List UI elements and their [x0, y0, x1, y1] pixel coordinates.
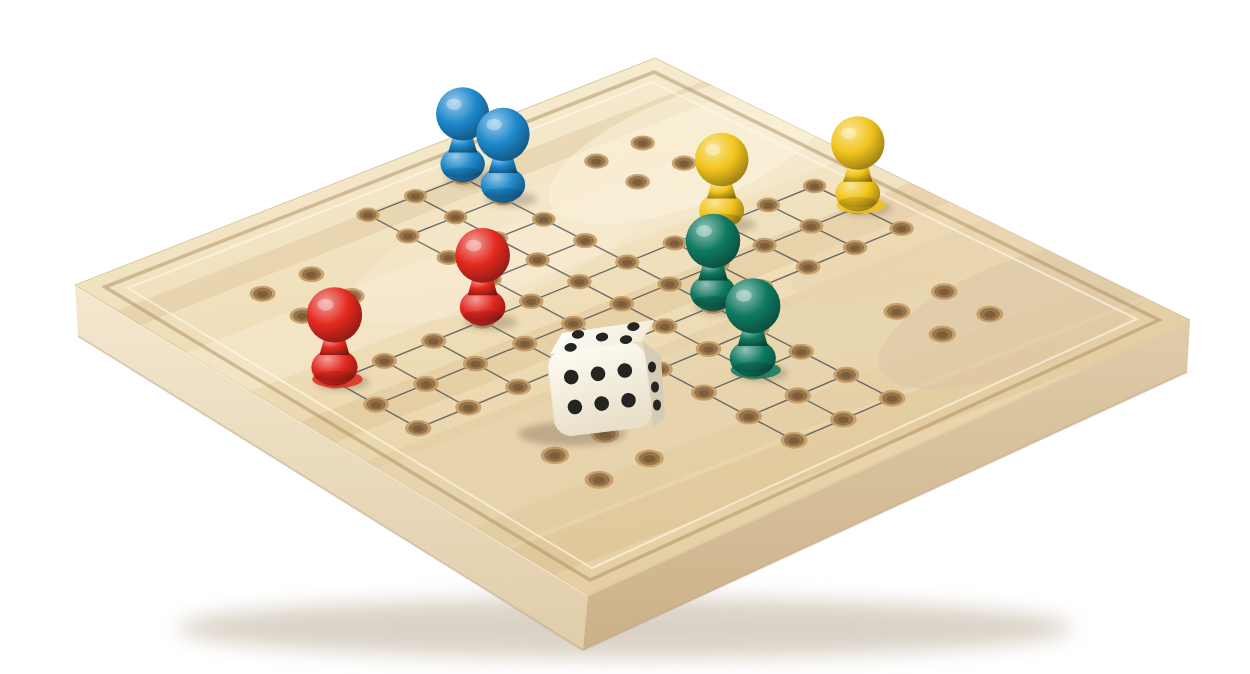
peg-highlight [696, 225, 712, 237]
home-hole-2-8[interactable] [625, 174, 650, 189]
peg-highlight [486, 119, 502, 131]
track-hole-2-6[interactable] [532, 212, 556, 227]
track-hole-4-1[interactable] [372, 353, 397, 369]
home-hole-8-1[interactable] [541, 446, 569, 464]
track-hole-10-6[interactable] [879, 390, 905, 407]
home-hole-9-8[interactable] [929, 326, 956, 343]
die-pip [648, 362, 656, 373]
track-hole-4-5[interactable] [567, 274, 591, 289]
track-hole-4-10[interactable] [803, 179, 826, 194]
die-pip [653, 400, 661, 411]
track-hole-6-2[interactable] [505, 379, 531, 395]
track-hole-0-4[interactable] [356, 208, 379, 223]
track-hole-9-6[interactable] [833, 367, 859, 383]
track-hole-1-5[interactable] [444, 210, 467, 225]
track-hole-7-5[interactable] [696, 341, 722, 357]
track-hole-1-4[interactable] [396, 229, 420, 244]
track-hole-8-6[interactable] [788, 344, 814, 360]
track-hole-5-1[interactable] [413, 376, 439, 392]
track-hole-4-6[interactable] [615, 255, 639, 270]
track-hole-6-0[interactable] [405, 420, 431, 436]
track-hole-4-4[interactable] [519, 294, 544, 309]
track-hole-5-9[interactable] [799, 219, 823, 234]
peg-highlight [446, 98, 461, 110]
home-hole-9-9[interactable] [976, 306, 1003, 323]
peg-highlight [841, 127, 857, 139]
track-hole-5-4[interactable] [561, 316, 586, 332]
track-hole-5-8[interactable] [753, 238, 777, 253]
track-hole-6-1[interactable] [455, 399, 481, 415]
track-hole-4-7[interactable] [663, 235, 687, 250]
home-hole-8-9[interactable] [931, 283, 958, 300]
track-hole-5-6[interactable] [658, 276, 683, 291]
home-hole-2-9[interactable] [672, 156, 696, 171]
home-hole-1-8[interactable] [584, 154, 608, 169]
track-hole-4-9[interactable] [757, 198, 781, 213]
track-hole-0-5[interactable] [404, 189, 427, 203]
track-hole-5-5[interactable] [609, 296, 634, 311]
ludo-board-photo [0, 0, 1250, 674]
track-hole-6-8[interactable] [796, 259, 821, 274]
home-hole-1-2[interactable] [299, 266, 325, 282]
home-hole-1-1[interactable] [250, 286, 276, 302]
peg-highlight [466, 239, 482, 251]
home-hole-9-2[interactable] [635, 450, 664, 468]
track-hole-10-5[interactable] [830, 411, 857, 428]
peg-highlight [705, 144, 721, 156]
track-hole-10-4[interactable] [781, 432, 808, 449]
track-hole-4-2[interactable] [421, 333, 446, 349]
track-hole-6-10[interactable] [890, 221, 914, 236]
track-hole-3-5[interactable] [526, 252, 550, 267]
track-hole-5-3[interactable] [512, 336, 537, 352]
home-hole-9-1[interactable] [585, 471, 614, 489]
track-hole-8-4[interactable] [691, 384, 717, 400]
track-hole-6-5[interactable] [652, 318, 677, 334]
home-hole-8-8[interactable] [884, 303, 911, 320]
die-front-face [546, 340, 654, 437]
die-pip [651, 382, 659, 393]
peg-highlight [317, 299, 333, 311]
track-hole-3-6[interactable] [573, 233, 597, 248]
track-hole-9-5[interactable] [785, 387, 811, 403]
peg-highlight [736, 290, 752, 302]
home-hole-1-9[interactable] [631, 135, 655, 150]
scene [0, 0, 1250, 674]
track-hole-6-9[interactable] [843, 240, 867, 255]
track-hole-5-2[interactable] [463, 356, 488, 372]
track-hole-9-4[interactable] [736, 408, 762, 425]
track-hole-5-0[interactable] [363, 397, 389, 413]
